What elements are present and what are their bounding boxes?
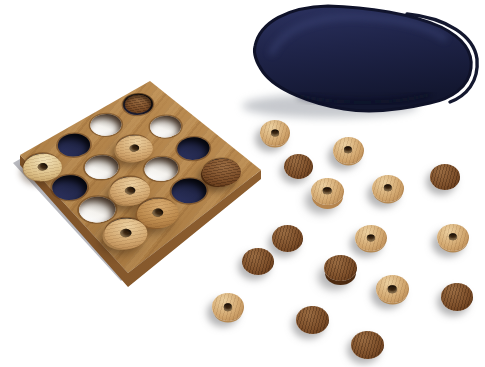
loose-disc-3-light[interactable] [333, 137, 364, 164]
loose-disc-2-dark[interactable] [284, 154, 313, 179]
board-grid [12, 83, 251, 252]
loose-disc-7-dark[interactable] [272, 225, 303, 252]
disc-center-hole [123, 185, 138, 195]
mask-sheen-lower [300, 95, 428, 102]
mask-shadow [242, 94, 418, 118]
board-disc-dark[interactable] [119, 91, 156, 117]
disc-center-hole [224, 303, 232, 311]
mask-sheen [272, 17, 444, 52]
mask-strap [407, 14, 477, 102]
disc-center-hole [388, 285, 397, 293]
disc-center-hole [150, 207, 165, 218]
disc-center-hole [118, 227, 134, 238]
loose-disc-1-light[interactable] [260, 120, 290, 146]
loose-disc-14-dark[interactable] [296, 306, 329, 334]
loose-disc-16-light[interactable] [212, 293, 244, 321]
loose-disc-11-dark[interactable] [324, 255, 357, 281]
disc-center-hole [271, 129, 279, 136]
loose-disc-9-light[interactable] [355, 225, 387, 251]
loose-disc-15-dark[interactable] [351, 331, 384, 359]
loose-disc-4-light[interactable] [311, 178, 344, 205]
disc-center-hole [323, 187, 332, 194]
scene [0, 0, 485, 367]
disc-center-hole [36, 162, 50, 172]
loose-disc-13-dark[interactable] [441, 283, 473, 311]
loose-disc-6-dark[interactable] [430, 164, 460, 190]
loose-disc-8-dark[interactable] [242, 248, 274, 275]
loose-disc-10-light[interactable] [437, 224, 469, 251]
disc-center-hole [128, 143, 141, 153]
loose-disc-12-light[interactable] [376, 275, 409, 303]
disc-center-hole [384, 184, 392, 191]
disc-center-hole [344, 146, 352, 153]
disc-center-hole [367, 234, 375, 241]
eye-mask [254, 6, 471, 111]
loose-disc-5-light[interactable] [372, 175, 404, 202]
disc-center-hole [449, 233, 457, 240]
